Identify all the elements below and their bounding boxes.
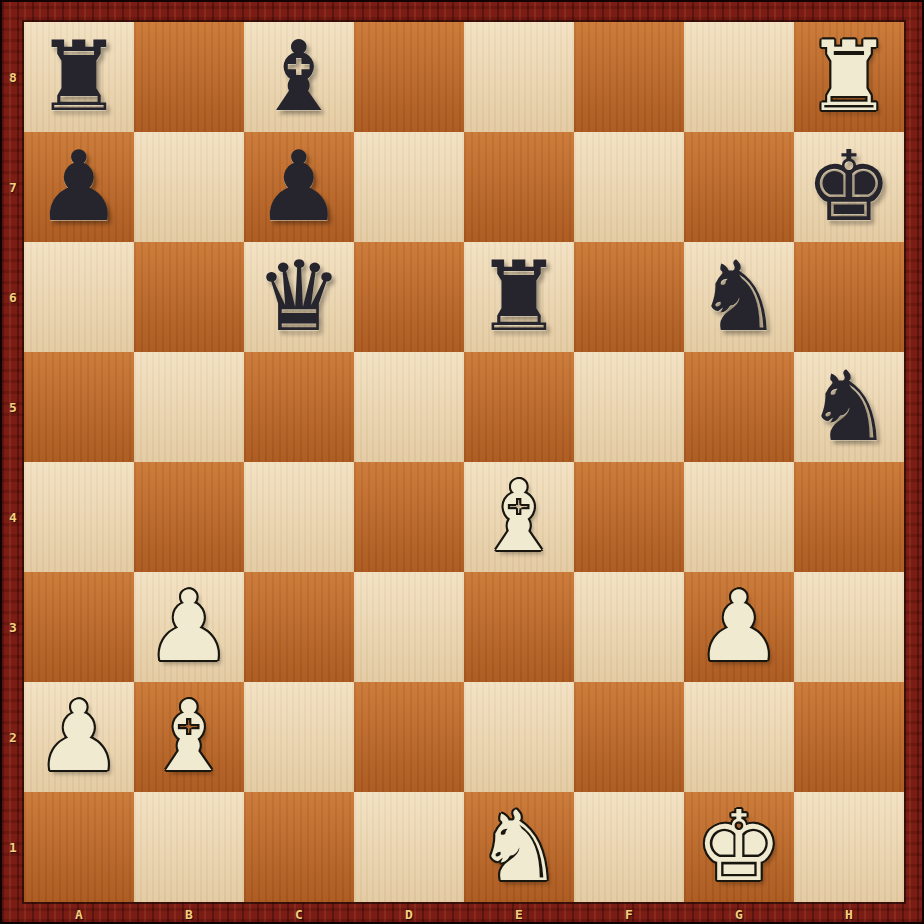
square-h1[interactable] [794, 792, 904, 902]
square-a3[interactable] [24, 572, 134, 682]
square-c7[interactable]: ♟ [244, 132, 354, 242]
rank-label-6: 6 [2, 242, 24, 352]
square-c2[interactable] [244, 682, 354, 792]
square-g2[interactable] [684, 682, 794, 792]
square-d1[interactable] [354, 792, 464, 902]
square-a4[interactable] [24, 462, 134, 572]
square-a7[interactable]: ♟ [24, 132, 134, 242]
square-c1[interactable] [244, 792, 354, 902]
square-e1[interactable]: ♞ [464, 792, 574, 902]
file-label-b: B [134, 902, 244, 924]
white-pawn[interactable]: ♟ [696, 572, 783, 682]
board-frame: 87654321 ♜♝♜♟♟♚♛♜♞♞♝♟♟♟♝♞♚ ABCDEFGH [0, 0, 924, 924]
rank-label-5: 5 [2, 352, 24, 462]
square-d2[interactable] [354, 682, 464, 792]
square-a6[interactable] [24, 242, 134, 352]
square-b4[interactable] [134, 462, 244, 572]
black-knight[interactable]: ♞ [806, 352, 893, 462]
square-h8[interactable]: ♜ [794, 22, 904, 132]
square-g7[interactable] [684, 132, 794, 242]
square-c4[interactable] [244, 462, 354, 572]
file-label-h: H [794, 902, 904, 924]
square-f1[interactable] [574, 792, 684, 902]
white-king[interactable]: ♚ [696, 792, 783, 902]
square-e7[interactable] [464, 132, 574, 242]
rank-label-7: 7 [2, 132, 24, 242]
square-g8[interactable] [684, 22, 794, 132]
square-c3[interactable] [244, 572, 354, 682]
black-king[interactable]: ♚ [806, 132, 893, 242]
square-g5[interactable] [684, 352, 794, 462]
square-f5[interactable] [574, 352, 684, 462]
black-rook[interactable]: ♜ [476, 242, 563, 352]
square-f8[interactable] [574, 22, 684, 132]
square-e2[interactable] [464, 682, 574, 792]
file-label-d: D [354, 902, 464, 924]
white-rook[interactable]: ♜ [806, 22, 893, 132]
square-h4[interactable] [794, 462, 904, 572]
square-b7[interactable] [134, 132, 244, 242]
square-h6[interactable] [794, 242, 904, 352]
square-f2[interactable] [574, 682, 684, 792]
square-c5[interactable] [244, 352, 354, 462]
square-f3[interactable] [574, 572, 684, 682]
file-label-g: G [684, 902, 794, 924]
square-c8[interactable]: ♝ [244, 22, 354, 132]
square-b8[interactable] [134, 22, 244, 132]
file-label-a: A [24, 902, 134, 924]
black-rook[interactable]: ♜ [36, 22, 123, 132]
square-h2[interactable] [794, 682, 904, 792]
square-g6[interactable]: ♞ [684, 242, 794, 352]
file-label-f: F [574, 902, 684, 924]
rank-label-3: 3 [2, 572, 24, 682]
rank-labels: 87654321 [2, 22, 24, 902]
square-d8[interactable] [354, 22, 464, 132]
rank-label-2: 2 [2, 682, 24, 792]
rank-label-4: 4 [2, 462, 24, 572]
square-h5[interactable]: ♞ [794, 352, 904, 462]
white-bishop[interactable]: ♝ [146, 682, 233, 792]
square-d7[interactable] [354, 132, 464, 242]
square-e4[interactable]: ♝ [464, 462, 574, 572]
rank-label-1: 1 [2, 792, 24, 902]
square-b5[interactable] [134, 352, 244, 462]
square-a8[interactable]: ♜ [24, 22, 134, 132]
file-label-e: E [464, 902, 574, 924]
square-e5[interactable] [464, 352, 574, 462]
square-g3[interactable]: ♟ [684, 572, 794, 682]
black-queen[interactable]: ♛ [256, 242, 343, 352]
square-b6[interactable] [134, 242, 244, 352]
black-pawn[interactable]: ♟ [256, 132, 343, 242]
square-b2[interactable]: ♝ [134, 682, 244, 792]
square-b1[interactable] [134, 792, 244, 902]
square-h3[interactable] [794, 572, 904, 682]
square-f4[interactable] [574, 462, 684, 572]
square-e3[interactable] [464, 572, 574, 682]
black-bishop[interactable]: ♝ [256, 22, 343, 132]
black-pawn[interactable]: ♟ [36, 132, 123, 242]
white-knight[interactable]: ♞ [476, 792, 563, 902]
black-knight[interactable]: ♞ [696, 242, 783, 352]
square-d3[interactable] [354, 572, 464, 682]
white-pawn[interactable]: ♟ [36, 682, 123, 792]
square-f7[interactable] [574, 132, 684, 242]
white-bishop[interactable]: ♝ [476, 462, 563, 572]
square-e8[interactable] [464, 22, 574, 132]
square-h7[interactable]: ♚ [794, 132, 904, 242]
square-e6[interactable]: ♜ [464, 242, 574, 352]
square-c6[interactable]: ♛ [244, 242, 354, 352]
square-a5[interactable] [24, 352, 134, 462]
square-b3[interactable]: ♟ [134, 572, 244, 682]
square-d6[interactable] [354, 242, 464, 352]
board: ♜♝♜♟♟♚♛♜♞♞♝♟♟♟♝♞♚ [24, 22, 904, 902]
file-label-c: C [244, 902, 354, 924]
white-pawn[interactable]: ♟ [146, 572, 233, 682]
square-g1[interactable]: ♚ [684, 792, 794, 902]
square-f6[interactable] [574, 242, 684, 352]
file-labels: ABCDEFGH [24, 902, 904, 924]
square-d4[interactable] [354, 462, 464, 572]
square-a1[interactable] [24, 792, 134, 902]
square-g4[interactable] [684, 462, 794, 572]
rank-label-8: 8 [2, 22, 24, 132]
square-d5[interactable] [354, 352, 464, 462]
square-a2[interactable]: ♟ [24, 682, 134, 792]
